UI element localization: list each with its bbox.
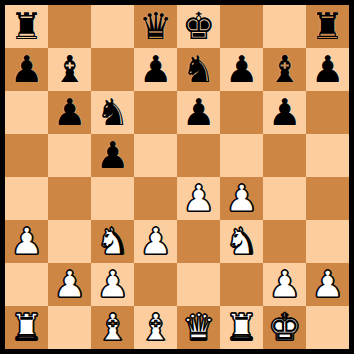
black-knight[interactable]: ♞ xyxy=(91,91,134,134)
black-pawn[interactable]: ♟ xyxy=(220,48,263,91)
square-e8[interactable]: ♚ xyxy=(177,5,220,48)
white-pawn[interactable]: ♟ xyxy=(91,263,134,306)
square-h7[interactable]: ♟ xyxy=(306,48,349,91)
square-b4[interactable] xyxy=(48,177,91,220)
square-h2[interactable]: ♟ xyxy=(306,263,349,306)
square-a3[interactable]: ♟ xyxy=(5,220,48,263)
square-h3[interactable] xyxy=(306,220,349,263)
square-d1[interactable]: ♝ xyxy=(134,306,177,349)
square-e1[interactable]: ♛ xyxy=(177,306,220,349)
square-h5[interactable] xyxy=(306,134,349,177)
board-frame: ♜♛♚♜♟♝♟♞♟♝♟♟♞♟♟♟♟♟♟♞♟♞♟♟♟♟♜♝♝♛♜♚ xyxy=(0,0,354,354)
square-a5[interactable] xyxy=(5,134,48,177)
square-b7[interactable]: ♝ xyxy=(48,48,91,91)
square-f6[interactable] xyxy=(220,91,263,134)
square-g2[interactable]: ♟ xyxy=(263,263,306,306)
square-c4[interactable] xyxy=(91,177,134,220)
black-rook[interactable]: ♜ xyxy=(5,5,48,48)
square-d4[interactable] xyxy=(134,177,177,220)
white-pawn[interactable]: ♟ xyxy=(220,177,263,220)
square-c3[interactable]: ♞ xyxy=(91,220,134,263)
square-c1[interactable]: ♝ xyxy=(91,306,134,349)
square-d3[interactable]: ♟ xyxy=(134,220,177,263)
square-g4[interactable] xyxy=(263,177,306,220)
white-knight[interactable]: ♞ xyxy=(91,220,134,263)
white-king[interactable]: ♚ xyxy=(263,306,306,349)
square-f2[interactable] xyxy=(220,263,263,306)
black-pawn[interactable]: ♟ xyxy=(134,48,177,91)
black-pawn[interactable]: ♟ xyxy=(5,48,48,91)
square-a8[interactable]: ♜ xyxy=(5,5,48,48)
white-pawn[interactable]: ♟ xyxy=(306,263,349,306)
square-g3[interactable] xyxy=(263,220,306,263)
square-c5[interactable]: ♟ xyxy=(91,134,134,177)
white-pawn[interactable]: ♟ xyxy=(134,220,177,263)
square-d8[interactable]: ♛ xyxy=(134,5,177,48)
square-e5[interactable] xyxy=(177,134,220,177)
square-e4[interactable]: ♟ xyxy=(177,177,220,220)
square-a7[interactable]: ♟ xyxy=(5,48,48,91)
square-d5[interactable] xyxy=(134,134,177,177)
square-d7[interactable]: ♟ xyxy=(134,48,177,91)
square-d6[interactable] xyxy=(134,91,177,134)
square-e7[interactable]: ♞ xyxy=(177,48,220,91)
square-g7[interactable]: ♝ xyxy=(263,48,306,91)
square-g1[interactable]: ♚ xyxy=(263,306,306,349)
white-pawn[interactable]: ♟ xyxy=(5,220,48,263)
square-f3[interactable]: ♞ xyxy=(220,220,263,263)
black-rook[interactable]: ♜ xyxy=(306,5,349,48)
square-a6[interactable] xyxy=(5,91,48,134)
square-f8[interactable] xyxy=(220,5,263,48)
square-f7[interactable]: ♟ xyxy=(220,48,263,91)
square-e3[interactable] xyxy=(177,220,220,263)
square-a1[interactable]: ♜ xyxy=(5,306,48,349)
square-b1[interactable] xyxy=(48,306,91,349)
black-pawn[interactable]: ♟ xyxy=(306,48,349,91)
square-b5[interactable] xyxy=(48,134,91,177)
square-g5[interactable] xyxy=(263,134,306,177)
white-knight[interactable]: ♞ xyxy=(220,220,263,263)
square-b2[interactable]: ♟ xyxy=(48,263,91,306)
white-bishop[interactable]: ♝ xyxy=(91,306,134,349)
square-h4[interactable] xyxy=(306,177,349,220)
black-pawn[interactable]: ♟ xyxy=(91,134,134,177)
square-b6[interactable]: ♟ xyxy=(48,91,91,134)
white-pawn[interactable]: ♟ xyxy=(263,263,306,306)
black-queen[interactable]: ♛ xyxy=(134,5,177,48)
square-e2[interactable] xyxy=(177,263,220,306)
black-king[interactable]: ♚ xyxy=(177,5,220,48)
white-rook[interactable]: ♜ xyxy=(220,306,263,349)
square-a4[interactable] xyxy=(5,177,48,220)
square-h1[interactable] xyxy=(306,306,349,349)
black-knight[interactable]: ♞ xyxy=(177,48,220,91)
square-b8[interactable] xyxy=(48,5,91,48)
white-bishop[interactable]: ♝ xyxy=(134,306,177,349)
white-pawn[interactable]: ♟ xyxy=(48,263,91,306)
black-pawn[interactable]: ♟ xyxy=(177,91,220,134)
square-f5[interactable] xyxy=(220,134,263,177)
square-c8[interactable] xyxy=(91,5,134,48)
white-queen[interactable]: ♛ xyxy=(177,306,220,349)
square-f4[interactable]: ♟ xyxy=(220,177,263,220)
black-pawn[interactable]: ♟ xyxy=(263,91,306,134)
square-h8[interactable]: ♜ xyxy=(306,5,349,48)
square-h6[interactable] xyxy=(306,91,349,134)
square-d2[interactable] xyxy=(134,263,177,306)
black-pawn[interactable]: ♟ xyxy=(48,91,91,134)
square-b3[interactable] xyxy=(48,220,91,263)
square-c7[interactable] xyxy=(91,48,134,91)
chess-board: ♜♛♚♜♟♝♟♞♟♝♟♟♞♟♟♟♟♟♟♞♟♞♟♟♟♟♜♝♝♛♜♚ xyxy=(5,5,349,349)
white-rook[interactable]: ♜ xyxy=(5,306,48,349)
square-c6[interactable]: ♞ xyxy=(91,91,134,134)
square-g8[interactable] xyxy=(263,5,306,48)
black-bishop[interactable]: ♝ xyxy=(263,48,306,91)
white-pawn[interactable]: ♟ xyxy=(177,177,220,220)
square-g6[interactable]: ♟ xyxy=(263,91,306,134)
square-f1[interactable]: ♜ xyxy=(220,306,263,349)
square-e6[interactable]: ♟ xyxy=(177,91,220,134)
square-a2[interactable] xyxy=(5,263,48,306)
square-c2[interactable]: ♟ xyxy=(91,263,134,306)
black-bishop[interactable]: ♝ xyxy=(48,48,91,91)
